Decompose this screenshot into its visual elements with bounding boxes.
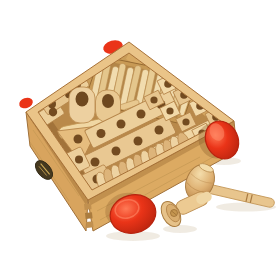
toy-cart-scene [0, 0, 280, 280]
product-photo [0, 0, 280, 280]
